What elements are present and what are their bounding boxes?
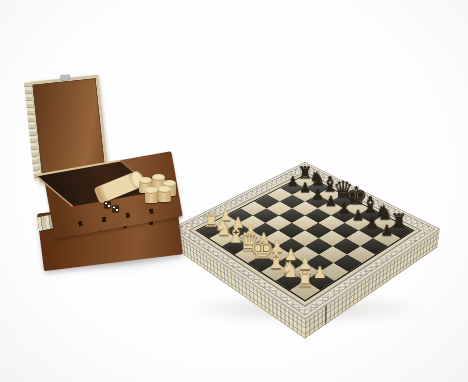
die[interactable] [104,201,111,208]
square-d5[interactable] [292,215,318,230]
chess-board-scene: ♜♞♝♛♚♝♞♜♟♟♟♟♟♟♟♟♟♟♟♟♟♟♟♟♜♞♝♛♚♝♞♜ [140,60,468,325]
square-h1[interactable]: ♜ [290,281,320,300]
white-rook[interactable]: ♜ [284,269,326,290]
draughts-stack[interactable] [145,191,158,203]
chess-board: ♜♞♝♛♚♝♞♜♟♟♟♟♟♟♟♟♟♟♟♟♟♟♟♟♜♞♝♛♚♝♞♜ [170,162,440,319]
black-pawn[interactable]: ♟ [367,223,406,238]
draughts-stack[interactable] [158,190,171,202]
still-life-photo: ♜♞♝♛♚♝♞♜♟♟♟♟♟♟♟♟♟♟♟♟♟♟♟♟♜♞♝♛♚♝♞♜ [0,0,468,382]
die[interactable] [112,205,119,212]
ivory-mosaic-trim [24,82,41,181]
metal-hinge [61,75,70,81]
